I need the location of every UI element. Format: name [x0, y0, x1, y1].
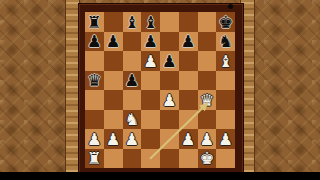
square-g4[interactable]: ♛: [198, 90, 217, 110]
square-g1[interactable]: ♚: [198, 149, 217, 169]
square-d6[interactable]: ♟: [141, 51, 160, 71]
square-f7[interactable]: ♟: [179, 32, 198, 52]
square-g3[interactable]: [198, 110, 217, 130]
white-queen-piece[interactable]: ♛: [199, 91, 214, 110]
square-b1[interactable]: [104, 149, 123, 169]
square-c8[interactable]: ♝: [123, 12, 142, 32]
square-c4[interactable]: [123, 90, 142, 110]
square-h6[interactable]: ♝: [216, 51, 235, 71]
square-e8[interactable]: [160, 12, 179, 32]
square-c7[interactable]: [123, 32, 142, 52]
square-e3[interactable]: [160, 110, 179, 130]
square-h3[interactable]: [216, 110, 235, 130]
square-e6[interactable]: ♟: [160, 51, 179, 71]
white-pawn-piece[interactable]: ♟: [106, 130, 121, 149]
black-pawn-piece[interactable]: ♟: [181, 32, 196, 51]
square-a7[interactable]: ♟: [85, 32, 104, 52]
square-a6[interactable]: [85, 51, 104, 71]
square-e1[interactable]: [160, 149, 179, 169]
square-b7[interactable]: ♟: [104, 32, 123, 52]
square-b5[interactable]: [104, 71, 123, 91]
square-h7[interactable]: ♞: [216, 32, 235, 52]
square-h8[interactable]: ♚: [216, 12, 235, 32]
white-rook-piece[interactable]: ♜: [87, 149, 102, 168]
black-bishop-piece[interactable]: ♝: [124, 13, 139, 32]
square-f6[interactable]: [179, 51, 198, 71]
white-pawn-piece[interactable]: ♟: [162, 91, 177, 110]
square-a4[interactable]: [85, 90, 104, 110]
white-pawn-piece[interactable]: ♟: [218, 130, 233, 149]
square-g8[interactable]: [198, 12, 217, 32]
square-h1[interactable]: [216, 149, 235, 169]
square-a2[interactable]: ♟: [85, 129, 104, 149]
square-a1[interactable]: ♜: [85, 149, 104, 169]
square-d2[interactable]: [141, 129, 160, 149]
square-a3[interactable]: [85, 110, 104, 130]
white-pawn-piece[interactable]: ♟: [199, 130, 214, 149]
square-f5[interactable]: [179, 71, 198, 91]
square-e7[interactable]: [160, 32, 179, 52]
square-h4[interactable]: [216, 90, 235, 110]
square-d8[interactable]: ♝: [141, 12, 160, 32]
square-g2[interactable]: ♟: [198, 129, 217, 149]
square-g7[interactable]: [198, 32, 217, 52]
square-f4[interactable]: [179, 90, 198, 110]
black-pawn-piece[interactable]: ♟: [106, 32, 121, 51]
square-f8[interactable]: [179, 12, 198, 32]
square-d5[interactable]: [141, 71, 160, 91]
square-c3[interactable]: ♞: [123, 110, 142, 130]
white-king-piece[interactable]: ♚: [199, 149, 214, 168]
square-c2[interactable]: ♟: [123, 129, 142, 149]
square-e5[interactable]: [160, 71, 179, 91]
black-queen-piece[interactable]: ♛: [87, 71, 102, 90]
black-pawn-piece[interactable]: ♟: [87, 32, 102, 51]
square-d3[interactable]: [141, 110, 160, 130]
square-f3[interactable]: [179, 110, 198, 130]
white-bishop-piece[interactable]: ♝: [218, 52, 233, 71]
white-pawn-piece[interactable]: ♟: [124, 130, 139, 149]
square-g6[interactable]: [198, 51, 217, 71]
white-pawn-piece[interactable]: ♟: [143, 52, 158, 71]
black-pawn-piece[interactable]: ♟: [143, 32, 158, 51]
square-b4[interactable]: [104, 90, 123, 110]
screenshot-root: ♜♝♝♚♟♟♟♟♞♟♟♝♛♟♟♛♞♟♟♟♟♟♟♜♚: [0, 0, 320, 180]
camera-dot: [228, 4, 233, 9]
square-b2[interactable]: ♟: [104, 129, 123, 149]
square-e2[interactable]: [160, 129, 179, 149]
chess-board: ♜♝♝♚♟♟♟♟♞♟♟♝♛♟♟♛♞♟♟♟♟♟♟♜♚: [85, 12, 235, 168]
square-a8[interactable]: ♜: [85, 12, 104, 32]
black-pawn-piece[interactable]: ♟: [162, 52, 177, 71]
square-c6[interactable]: [123, 51, 142, 71]
square-d4[interactable]: [141, 90, 160, 110]
black-bishop-piece[interactable]: ♝: [143, 13, 158, 32]
square-d7[interactable]: ♟: [141, 32, 160, 52]
square-h2[interactable]: ♟: [216, 129, 235, 149]
black-king-piece[interactable]: ♚: [218, 13, 233, 32]
square-b6[interactable]: [104, 51, 123, 71]
letterbox-bar: [0, 172, 320, 180]
square-b8[interactable]: [104, 12, 123, 32]
square-c1[interactable]: [123, 149, 142, 169]
white-knight-piece[interactable]: ♞: [124, 110, 139, 129]
black-knight-piece[interactable]: ♞: [218, 32, 233, 51]
square-f2[interactable]: ♟: [179, 129, 198, 149]
square-e4[interactable]: ♟: [160, 90, 179, 110]
white-pawn-piece[interactable]: ♟: [181, 130, 196, 149]
black-rook-piece[interactable]: ♜: [87, 13, 102, 32]
square-a5[interactable]: ♛: [85, 71, 104, 91]
square-b3[interactable]: [104, 110, 123, 130]
black-pawn-piece[interactable]: ♟: [124, 71, 139, 90]
square-c5[interactable]: ♟: [123, 71, 142, 91]
square-g5[interactable]: [198, 71, 217, 91]
square-h5[interactable]: [216, 71, 235, 91]
white-pawn-piece[interactable]: ♟: [87, 130, 102, 149]
square-d1[interactable]: [141, 149, 160, 169]
square-f1[interactable]: [179, 149, 198, 169]
